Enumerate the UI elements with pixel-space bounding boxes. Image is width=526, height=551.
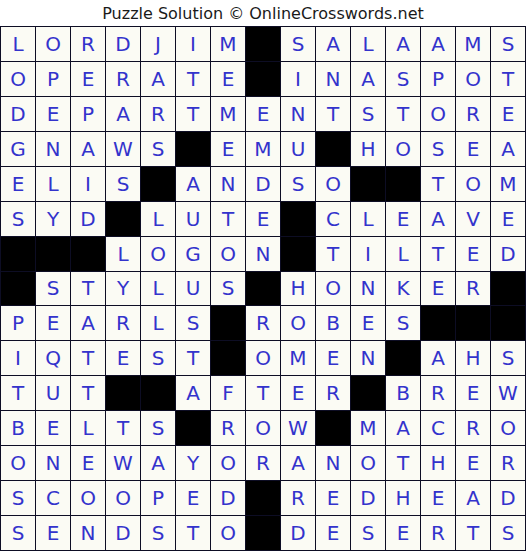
cell-r11c8: T <box>246 376 280 410</box>
cell-r5c15: M <box>491 167 525 201</box>
black-cell-r4c6 <box>176 132 210 166</box>
cell-r6c15: E <box>491 202 525 236</box>
cell-r12c1: B <box>1 411 35 445</box>
cell-r12c15: O <box>491 411 525 445</box>
black-cell-r7c2 <box>36 237 70 271</box>
cell-r4c14: E <box>456 132 490 166</box>
cell-r6c7: T <box>211 202 245 236</box>
cell-r2c14: O <box>456 62 490 96</box>
cell-r13c11: O <box>351 446 385 480</box>
black-cell-r9c13 <box>421 306 455 340</box>
cell-r9c3: A <box>71 306 105 340</box>
cell-r3c12: T <box>386 97 420 131</box>
cell-r11c3: T <box>71 376 105 410</box>
cell-r13c4: W <box>106 446 140 480</box>
black-cell-r8c8 <box>246 272 280 306</box>
cell-r13c13: H <box>421 446 455 480</box>
cell-r2c15: T <box>491 62 525 96</box>
cell-r4c4: W <box>106 132 140 166</box>
black-cell-r14c8 <box>246 481 280 515</box>
cell-r14c6: E <box>176 481 210 515</box>
cell-r9c10: B <box>316 306 350 340</box>
cell-r1c14: M <box>456 27 490 61</box>
cell-r15c15: S <box>491 516 525 550</box>
cell-r10c10: E <box>316 341 350 375</box>
cell-r3c5: R <box>141 97 175 131</box>
cell-r4c5: S <box>141 132 175 166</box>
cell-r13c8: R <box>246 446 280 480</box>
cell-r8c2: S <box>36 272 70 306</box>
cell-r12c13: C <box>421 411 455 445</box>
cell-r9c8: R <box>246 306 280 340</box>
black-cell-r7c9 <box>281 237 315 271</box>
cell-r14c9: R <box>281 481 315 515</box>
cell-r8c10: O <box>316 272 350 306</box>
cell-r14c4: O <box>106 481 140 515</box>
puzzle-solution-page: Puzzle Solution © OnlineCrosswords.net L… <box>0 0 526 551</box>
cell-r8c11: N <box>351 272 385 306</box>
cell-r10c13: A <box>421 341 455 375</box>
cell-r15c3: N <box>71 516 105 550</box>
cell-r11c9: E <box>281 376 315 410</box>
black-cell-r5c5 <box>141 167 175 201</box>
cell-r4c8: M <box>246 132 280 166</box>
cell-r5c6: A <box>176 167 210 201</box>
cell-r14c12: H <box>386 481 420 515</box>
black-cell-r8c1 <box>1 272 35 306</box>
cell-r6c11: L <box>351 202 385 236</box>
cell-r2c11: A <box>351 62 385 96</box>
cell-r10c1: I <box>1 341 35 375</box>
cell-r3c2: E <box>36 97 70 131</box>
cell-r2c1: O <box>1 62 35 96</box>
cell-r10c6: T <box>176 341 210 375</box>
cell-r5c10: O <box>316 167 350 201</box>
cell-r1c9: S <box>281 27 315 61</box>
cell-r3c9: N <box>281 97 315 131</box>
cell-r4c9: U <box>281 132 315 166</box>
cell-r10c9: M <box>281 341 315 375</box>
cell-r4c3: A <box>71 132 105 166</box>
cell-r13c2: N <box>36 446 70 480</box>
black-cell-r9c15 <box>491 306 525 340</box>
black-cell-r7c3 <box>71 237 105 271</box>
cell-r13c5: A <box>141 446 175 480</box>
cell-r6c6: U <box>176 202 210 236</box>
cell-r11c7: F <box>211 376 245 410</box>
cell-r8c13: E <box>421 272 455 306</box>
cell-r7c4: L <box>106 237 140 271</box>
cell-r10c8: O <box>246 341 280 375</box>
cell-r4c7: E <box>211 132 245 166</box>
cell-r4c15: A <box>491 132 525 166</box>
cell-r7c12: L <box>386 237 420 271</box>
cell-r2c9: I <box>281 62 315 96</box>
cell-r8c14: R <box>456 272 490 306</box>
black-cell-r7c1 <box>1 237 35 271</box>
cell-r3c4: A <box>106 97 140 131</box>
cell-r5c9: S <box>281 167 315 201</box>
cell-r9c1: P <box>1 306 35 340</box>
cell-r3c14: R <box>456 97 490 131</box>
cell-r8c4: Y <box>106 272 140 306</box>
cell-r4c13: S <box>421 132 455 166</box>
cell-r10c5: S <box>141 341 175 375</box>
cell-r3c11: S <box>351 97 385 131</box>
black-cell-r4c10 <box>316 132 350 166</box>
cell-r6c13: A <box>421 202 455 236</box>
black-cell-r2c8 <box>246 62 280 96</box>
cell-r15c12: E <box>386 516 420 550</box>
cell-r15c5: S <box>141 516 175 550</box>
cell-r14c5: P <box>141 481 175 515</box>
cell-r10c15: S <box>491 341 525 375</box>
cell-r10c2: Q <box>36 341 70 375</box>
cell-r7c5: O <box>141 237 175 271</box>
cell-r10c3: T <box>71 341 105 375</box>
cell-r15c9: D <box>281 516 315 550</box>
black-cell-r11c11 <box>351 376 385 410</box>
black-cell-r11c5 <box>141 376 175 410</box>
cell-r14c3: O <box>71 481 105 515</box>
cell-r15c13: R <box>421 516 455 550</box>
cell-r10c4: E <box>106 341 140 375</box>
cell-r9c5: L <box>141 306 175 340</box>
cell-r9c11: E <box>351 306 385 340</box>
cell-r2c6: T <box>176 62 210 96</box>
cell-r7c14: E <box>456 237 490 271</box>
cell-r2c4: R <box>106 62 140 96</box>
cell-r5c4: S <box>106 167 140 201</box>
black-cell-r9c14 <box>456 306 490 340</box>
cell-r12c8: O <box>246 411 280 445</box>
cell-r11c2: U <box>36 376 70 410</box>
cell-r5c13: T <box>421 167 455 201</box>
cell-r4c11: H <box>351 132 385 166</box>
cell-r7c8: N <box>246 237 280 271</box>
cell-r6c3: D <box>71 202 105 236</box>
cell-r5c7: N <box>211 167 245 201</box>
cell-r3c15: E <box>491 97 525 131</box>
cell-r13c12: T <box>386 446 420 480</box>
cell-r13c15: R <box>491 446 525 480</box>
black-cell-r10c7 <box>211 341 245 375</box>
cell-r1c4: D <box>106 27 140 61</box>
cell-r1c10: A <box>316 27 350 61</box>
cell-r5c8: D <box>246 167 280 201</box>
cell-r14c7: D <box>211 481 245 515</box>
cell-r9c12: S <box>386 306 420 340</box>
cell-r1c3: R <box>71 27 105 61</box>
cell-r1c13: A <box>421 27 455 61</box>
cell-r1c1: L <box>1 27 35 61</box>
cell-r13c9: A <box>281 446 315 480</box>
cell-r2c12: S <box>386 62 420 96</box>
cell-r1c11: L <box>351 27 385 61</box>
cell-r12c11: M <box>351 411 385 445</box>
cell-r12c12: A <box>386 411 420 445</box>
cell-r7c15: D <box>491 237 525 271</box>
cell-r13c7: O <box>211 446 245 480</box>
cell-r3c6: T <box>176 97 210 131</box>
cell-r14c15: D <box>491 481 525 515</box>
cell-r3c3: P <box>71 97 105 131</box>
cell-r5c2: L <box>36 167 70 201</box>
cell-r6c12: E <box>386 202 420 236</box>
cell-r14c13: E <box>421 481 455 515</box>
cell-r4c1: G <box>1 132 35 166</box>
cell-r15c4: D <box>106 516 140 550</box>
cell-r1c7: M <box>211 27 245 61</box>
cell-r3c7: M <box>211 97 245 131</box>
cell-r13c1: O <box>1 446 35 480</box>
cell-r6c5: L <box>141 202 175 236</box>
cell-r12c7: R <box>211 411 245 445</box>
cell-r8c3: T <box>71 272 105 306</box>
black-cell-r5c12 <box>386 167 420 201</box>
cell-r7c10: T <box>316 237 350 271</box>
cell-r11c1: T <box>1 376 35 410</box>
crossword-grid: LORDJIMSALAAMSOPERATEINASPOTDEPARTMENTST… <box>0 26 526 551</box>
cell-r2c2: P <box>36 62 70 96</box>
cell-r5c14: O <box>456 167 490 201</box>
cell-r6c14: V <box>456 202 490 236</box>
cell-r6c2: Y <box>36 202 70 236</box>
cell-r15c14: T <box>456 516 490 550</box>
cell-r15c10: E <box>316 516 350 550</box>
cell-r7c6: G <box>176 237 210 271</box>
cell-r11c13: R <box>421 376 455 410</box>
black-cell-r1c8 <box>246 27 280 61</box>
cell-r8c7: S <box>211 272 245 306</box>
black-cell-r10c12 <box>386 341 420 375</box>
cell-r2c13: P <box>421 62 455 96</box>
cell-r8c9: H <box>281 272 315 306</box>
cell-r2c5: A <box>141 62 175 96</box>
cell-r15c6: T <box>176 516 210 550</box>
cell-r9c6: S <box>176 306 210 340</box>
black-cell-r12c10 <box>316 411 350 445</box>
cell-r14c2: C <box>36 481 70 515</box>
cell-r13c10: N <box>316 446 350 480</box>
cell-r15c7: O <box>211 516 245 550</box>
black-cell-r11c4 <box>106 376 140 410</box>
cell-r1c5: J <box>141 27 175 61</box>
cell-r2c10: N <box>316 62 350 96</box>
cell-r11c10: R <box>316 376 350 410</box>
cell-r11c15: W <box>491 376 525 410</box>
black-cell-r8c15 <box>491 272 525 306</box>
cell-r14c14: A <box>456 481 490 515</box>
black-cell-r9c7 <box>211 306 245 340</box>
cell-r3c13: O <box>421 97 455 131</box>
black-cell-r5c11 <box>351 167 385 201</box>
cell-r15c1: S <box>1 516 35 550</box>
page-title: Puzzle Solution © OnlineCrosswords.net <box>0 0 526 26</box>
cell-r8c5: L <box>141 272 175 306</box>
cell-r4c12: O <box>386 132 420 166</box>
cell-r9c9: O <box>281 306 315 340</box>
cell-r9c4: R <box>106 306 140 340</box>
cell-r3c10: T <box>316 97 350 131</box>
cell-r14c10: E <box>316 481 350 515</box>
black-cell-r6c9 <box>281 202 315 236</box>
black-cell-r12c6 <box>176 411 210 445</box>
cell-r6c1: S <box>1 202 35 236</box>
cell-r5c3: I <box>71 167 105 201</box>
cell-r6c8: E <box>246 202 280 236</box>
cell-r14c11: D <box>351 481 385 515</box>
cell-r1c6: I <box>176 27 210 61</box>
cell-r7c13: T <box>421 237 455 271</box>
cell-r1c12: A <box>386 27 420 61</box>
cell-r1c15: S <box>491 27 525 61</box>
cell-r8c12: K <box>386 272 420 306</box>
cell-r15c2: E <box>36 516 70 550</box>
cell-r10c11: N <box>351 341 385 375</box>
cell-r1c2: O <box>36 27 70 61</box>
cell-r13c3: E <box>71 446 105 480</box>
cell-r2c7: E <box>211 62 245 96</box>
cell-r11c6: A <box>176 376 210 410</box>
cell-r7c7: O <box>211 237 245 271</box>
cell-r13c14: E <box>456 446 490 480</box>
cell-r7c11: I <box>351 237 385 271</box>
cell-r4c2: N <box>36 132 70 166</box>
cell-r6c10: C <box>316 202 350 236</box>
cell-r5c1: E <box>1 167 35 201</box>
cell-r14c1: S <box>1 481 35 515</box>
cell-r9c2: E <box>36 306 70 340</box>
black-cell-r15c8 <box>246 516 280 550</box>
black-cell-r6c4 <box>106 202 140 236</box>
cell-r3c8: E <box>246 97 280 131</box>
cell-r12c3: L <box>71 411 105 445</box>
cell-r10c14: H <box>456 341 490 375</box>
cell-r12c14: R <box>456 411 490 445</box>
cell-r13c6: Y <box>176 446 210 480</box>
cell-r11c12: B <box>386 376 420 410</box>
cell-r11c14: E <box>456 376 490 410</box>
cell-r3c1: D <box>1 97 35 131</box>
cell-r8c6: U <box>176 272 210 306</box>
cell-r12c5: S <box>141 411 175 445</box>
cell-r12c4: T <box>106 411 140 445</box>
cell-r12c9: W <box>281 411 315 445</box>
cell-r2c3: E <box>71 62 105 96</box>
cell-r12c2: E <box>36 411 70 445</box>
cell-r15c11: S <box>351 516 385 550</box>
